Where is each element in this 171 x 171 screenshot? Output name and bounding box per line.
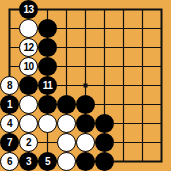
- board-point-8-6[interactable]: [133, 95, 152, 114]
- go-board: 1312108111472635: [0, 0, 171, 171]
- board-point-9-6[interactable]: [152, 95, 171, 114]
- board-point-8-3[interactable]: [133, 38, 152, 57]
- board-point-7-3[interactable]: [114, 38, 133, 57]
- board-point-5-9[interactable]: [76, 152, 95, 171]
- black-stone: [76, 114, 95, 133]
- board-point-6-1[interactable]: [95, 0, 114, 19]
- board-point-3-4[interactable]: [38, 57, 57, 76]
- white-stone: [76, 133, 95, 152]
- board-point-8-2[interactable]: [133, 19, 152, 38]
- board-point-9-9[interactable]: [152, 152, 171, 171]
- board-point-2-6[interactable]: [19, 95, 38, 114]
- board-point-6-3[interactable]: [95, 38, 114, 57]
- board-point-8-8[interactable]: [133, 133, 152, 152]
- black-stone: [95, 133, 114, 152]
- board-point-3-5[interactable]: 11: [38, 76, 57, 95]
- board-point-6-7[interactable]: [95, 114, 114, 133]
- board-point-1-7[interactable]: 4: [0, 114, 19, 133]
- board-point-4-4[interactable]: [57, 57, 76, 76]
- board-point-5-1[interactable]: [76, 0, 95, 19]
- white-stone-move-10: 10: [19, 57, 38, 76]
- board-point-9-8[interactable]: [152, 133, 171, 152]
- move-number-label: 4: [7, 119, 12, 129]
- black-stone-move-5: 5: [38, 152, 57, 171]
- white-stone: [19, 95, 38, 114]
- move-number-label: 12: [23, 43, 33, 53]
- board-point-4-7[interactable]: [57, 114, 76, 133]
- white-stone: [38, 114, 57, 133]
- black-stone: [38, 95, 57, 114]
- move-number-label: 13: [23, 5, 33, 15]
- board-point-3-9[interactable]: 5: [38, 152, 57, 171]
- board-point-8-9[interactable]: [133, 152, 152, 171]
- board-point-2-8[interactable]: 2: [19, 133, 38, 152]
- white-stone: [19, 19, 38, 38]
- board-point-3-8[interactable]: [38, 133, 57, 152]
- move-number-label: 2: [26, 138, 31, 148]
- black-stone: [38, 57, 57, 76]
- board-point-2-7[interactable]: [19, 114, 38, 133]
- board-point-1-2[interactable]: [0, 19, 19, 38]
- board-point-7-7[interactable]: [114, 114, 133, 133]
- board-point-8-1[interactable]: [133, 0, 152, 19]
- board-point-5-8[interactable]: [76, 133, 95, 152]
- white-stone: [57, 114, 76, 133]
- board-point-6-2[interactable]: [95, 19, 114, 38]
- board-point-3-2[interactable]: [38, 19, 57, 38]
- board-point-2-5[interactable]: [19, 76, 38, 95]
- board-point-5-7[interactable]: [76, 114, 95, 133]
- black-stone-move-7: 7: [0, 133, 19, 152]
- board-point-7-8[interactable]: [114, 133, 133, 152]
- white-stone: [57, 152, 76, 171]
- board-point-9-1[interactable]: [152, 0, 171, 19]
- board-point-2-1[interactable]: 13: [19, 0, 38, 19]
- board-point-1-1[interactable]: [0, 0, 19, 19]
- black-stone: [76, 152, 95, 171]
- board-point-4-9[interactable]: [57, 152, 76, 171]
- board-point-8-4[interactable]: [133, 57, 152, 76]
- white-stone: [57, 133, 76, 152]
- board-point-8-7[interactable]: [133, 114, 152, 133]
- white-stone-move-12: 12: [19, 38, 38, 57]
- board-point-1-5[interactable]: 8: [0, 76, 19, 95]
- move-number-label: 7: [7, 138, 12, 148]
- black-stone: [19, 76, 38, 95]
- move-number-label: 6: [7, 157, 12, 167]
- board-points: 1312108111472635: [0, 0, 171, 171]
- black-stone: [57, 95, 76, 114]
- black-stone: [95, 152, 114, 171]
- board-point-7-9[interactable]: [114, 152, 133, 171]
- board-point-3-1[interactable]: [38, 0, 57, 19]
- white-stone-move-4: 4: [0, 114, 19, 133]
- white-stone: [19, 114, 38, 133]
- board-point-5-2[interactable]: [76, 19, 95, 38]
- board-point-1-6[interactable]: 1: [0, 95, 19, 114]
- board-point-4-2[interactable]: [57, 19, 76, 38]
- black-stone: [38, 38, 57, 57]
- black-stone-move-11: 11: [38, 76, 57, 95]
- board-point-4-3[interactable]: [57, 38, 76, 57]
- white-stone-move-8: 8: [0, 76, 19, 95]
- board-point-6-6[interactable]: [95, 95, 114, 114]
- board-point-4-6[interactable]: [57, 95, 76, 114]
- board-point-1-8[interactable]: 7: [0, 133, 19, 152]
- board-point-9-4[interactable]: [152, 57, 171, 76]
- white-stone-move-2: 2: [19, 133, 38, 152]
- board-point-1-3[interactable]: [0, 38, 19, 57]
- black-stone-move-13: 13: [19, 0, 38, 19]
- board-point-5-4[interactable]: [76, 57, 95, 76]
- move-number-label: 1: [7, 100, 12, 110]
- board-point-6-5[interactable]: [95, 76, 114, 95]
- board-point-3-3[interactable]: [38, 38, 57, 57]
- board-point-1-4[interactable]: [0, 57, 19, 76]
- board-point-6-4[interactable]: [95, 57, 114, 76]
- board-point-9-5[interactable]: [152, 76, 171, 95]
- board-point-6-9[interactable]: [95, 152, 114, 171]
- black-stone-move-3: 3: [19, 152, 38, 171]
- board-point-2-9[interactable]: 3: [19, 152, 38, 171]
- black-stone: [76, 95, 95, 114]
- board-point-1-9[interactable]: 6: [0, 152, 19, 171]
- board-point-4-1[interactable]: [57, 0, 76, 19]
- board-point-7-1[interactable]: [114, 0, 133, 19]
- black-stone-move-1: 1: [0, 95, 19, 114]
- board-point-5-5[interactable]: [76, 76, 95, 95]
- move-number-label: 11: [43, 81, 53, 91]
- move-number-label: 10: [23, 62, 33, 72]
- board-point-7-5[interactable]: [114, 76, 133, 95]
- move-number-label: 3: [26, 157, 31, 167]
- move-number-label: 8: [7, 81, 12, 91]
- board-point-2-2[interactable]: [19, 19, 38, 38]
- board-point-9-2[interactable]: [152, 19, 171, 38]
- black-stone: [95, 114, 114, 133]
- board-point-4-5[interactable]: [57, 76, 76, 95]
- board-point-9-7[interactable]: [152, 114, 171, 133]
- move-number-label: 5: [45, 157, 50, 167]
- board-point-7-6[interactable]: [114, 95, 133, 114]
- board-point-5-6[interactable]: [76, 95, 95, 114]
- board-point-7-4[interactable]: [114, 57, 133, 76]
- board-point-2-4[interactable]: 10: [19, 57, 38, 76]
- board-point-6-8[interactable]: [95, 133, 114, 152]
- board-point-9-3[interactable]: [152, 38, 171, 57]
- board-point-4-8[interactable]: [57, 133, 76, 152]
- black-stone: [38, 19, 57, 38]
- white-stone-move-6: 6: [0, 152, 19, 171]
- board-point-5-3[interactable]: [76, 38, 95, 57]
- board-point-7-2[interactable]: [114, 19, 133, 38]
- board-point-2-3[interactable]: 12: [19, 38, 38, 57]
- board-point-3-6[interactable]: [38, 95, 57, 114]
- board-point-3-7[interactable]: [38, 114, 57, 133]
- board-point-8-5[interactable]: [133, 76, 152, 95]
